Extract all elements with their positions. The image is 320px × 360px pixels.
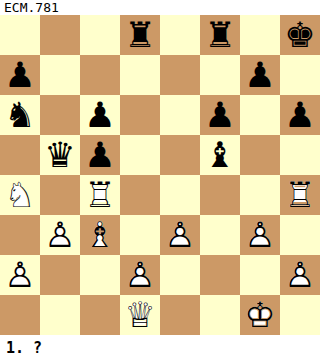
square-c1[interactable] [80,295,120,335]
square-b6[interactable] [40,95,80,135]
square-b7[interactable] [40,55,80,95]
square-e3[interactable]: ♟♙ [160,215,200,255]
white-pawn: ♟ [280,255,320,295]
square-f7[interactable] [200,55,240,95]
square-h3[interactable] [280,215,320,255]
square-d5[interactable] [120,135,160,175]
chess-puzzle-view: ECM.781 ♜♜♚♟♟♞♟♟♟♛♟♝♞♘♜♖♜♖♟♙♝♗♟♙♟♙♟♙♟♙♟♙… [0,0,320,360]
square-g6[interactable] [240,95,280,135]
square-a2[interactable]: ♟♙ [0,255,40,295]
square-d4[interactable] [120,175,160,215]
puzzle-title: ECM.781 [4,0,59,15]
black-pawn: ♟ [200,95,240,135]
white-pawn: ♟ [40,215,80,255]
square-f6[interactable]: ♟ [200,95,240,135]
square-b8[interactable] [40,15,80,55]
square-e5[interactable] [160,135,200,175]
white-knight-outline: ♘ [0,175,40,215]
square-d6[interactable] [120,95,160,135]
square-g1[interactable]: ♚♔ [240,295,280,335]
black-pawn: ♟ [80,95,120,135]
white-pawn: ♟ [160,215,200,255]
square-g2[interactable] [240,255,280,295]
black-rook: ♜ [120,15,160,55]
white-bishop-outline: ♗ [80,215,120,255]
square-d3[interactable] [120,215,160,255]
square-e1[interactable] [160,295,200,335]
square-a8[interactable] [0,15,40,55]
white-pawn-outline: ♙ [0,255,40,295]
square-b4[interactable] [40,175,80,215]
square-d2[interactable]: ♟♙ [120,255,160,295]
square-d1[interactable]: ♛♕ [120,295,160,335]
square-f3[interactable] [200,215,240,255]
square-h5[interactable] [280,135,320,175]
chess-board: ♜♜♚♟♟♞♟♟♟♛♟♝♞♘♜♖♜♖♟♙♝♗♟♙♟♙♟♙♟♙♟♙♛♕♚♔ [0,15,320,335]
square-f4[interactable] [200,175,240,215]
black-queen: ♛ [40,135,80,175]
square-g7[interactable]: ♟ [240,55,280,95]
square-e2[interactable] [160,255,200,295]
white-pawn: ♟ [120,255,160,295]
square-c3[interactable]: ♝♗ [80,215,120,255]
square-h4[interactable]: ♜♖ [280,175,320,215]
square-c7[interactable] [80,55,120,95]
black-rook: ♜ [200,15,240,55]
square-f2[interactable] [200,255,240,295]
square-g3[interactable]: ♟♙ [240,215,280,255]
white-queen-outline: ♕ [120,295,160,335]
black-pawn: ♟ [0,55,40,95]
black-pawn: ♟ [80,135,120,175]
square-g8[interactable] [240,15,280,55]
white-pawn-outline: ♙ [240,215,280,255]
square-a5[interactable] [0,135,40,175]
square-h2[interactable]: ♟♙ [280,255,320,295]
square-g4[interactable] [240,175,280,215]
black-pawn: ♟ [240,55,280,95]
square-e4[interactable] [160,175,200,215]
square-h8[interactable]: ♚ [280,15,320,55]
square-c2[interactable] [80,255,120,295]
white-rook: ♜ [80,175,120,215]
black-bishop: ♝ [200,135,240,175]
square-g5[interactable] [240,135,280,175]
black-knight: ♞ [0,95,40,135]
square-e7[interactable] [160,55,200,95]
square-c8[interactable] [80,15,120,55]
square-c5[interactable]: ♟ [80,135,120,175]
square-a4[interactable]: ♞♘ [0,175,40,215]
white-queen: ♛ [120,295,160,335]
square-b1[interactable] [40,295,80,335]
square-f1[interactable] [200,295,240,335]
square-a6[interactable]: ♞ [0,95,40,135]
square-h7[interactable] [280,55,320,95]
white-pawn-outline: ♙ [120,255,160,295]
square-c6[interactable]: ♟ [80,95,120,135]
square-c4[interactable]: ♜♖ [80,175,120,215]
white-pawn: ♟ [240,215,280,255]
white-pawn: ♟ [0,255,40,295]
black-king: ♚ [280,15,320,55]
square-b5[interactable]: ♛ [40,135,80,175]
white-knight: ♞ [0,175,40,215]
square-a1[interactable] [0,295,40,335]
white-pawn-outline: ♙ [160,215,200,255]
square-f8[interactable]: ♜ [200,15,240,55]
white-king: ♚ [240,295,280,335]
square-b2[interactable] [40,255,80,295]
white-rook: ♜ [280,175,320,215]
square-a7[interactable]: ♟ [0,55,40,95]
white-bishop: ♝ [80,215,120,255]
square-h1[interactable] [280,295,320,335]
square-e8[interactable] [160,15,200,55]
white-king-outline: ♔ [240,295,280,335]
square-d7[interactable] [120,55,160,95]
black-pawn: ♟ [280,95,320,135]
square-e6[interactable] [160,95,200,135]
square-f5[interactable]: ♝ [200,135,240,175]
white-pawn-outline: ♙ [40,215,80,255]
square-b3[interactable]: ♟♙ [40,215,80,255]
move-prompt: 1. ? [6,338,42,358]
square-a3[interactable] [0,215,40,255]
square-d8[interactable]: ♜ [120,15,160,55]
square-h6[interactable]: ♟ [280,95,320,135]
white-pawn-outline: ♙ [280,255,320,295]
white-rook-outline: ♖ [280,175,320,215]
white-rook-outline: ♖ [80,175,120,215]
